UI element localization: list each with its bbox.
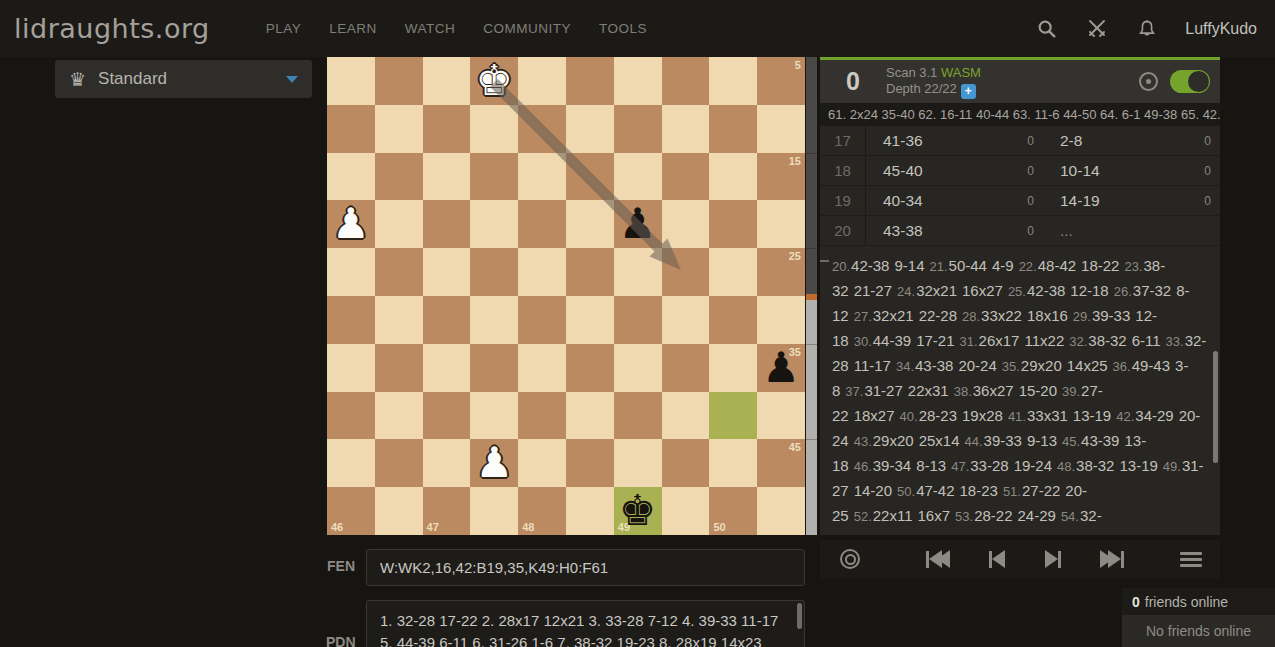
variation-move[interactable]: 32x21 [873,307,914,324]
move-eval: 0 [1013,164,1043,178]
variation-move[interactable]: 20-24 [958,357,996,374]
square-12[interactable] [470,153,518,201]
square-light[interactable] [566,296,614,344]
prev-move-button[interactable] [989,550,1005,568]
board-grid: ♚515♟♟2535♟♟4546474849♚50 [327,57,805,535]
square-17[interactable] [423,200,471,248]
square-14[interactable] [662,153,710,201]
nav-play[interactable]: PLAY [266,21,302,36]
scrollbar-thumb[interactable] [797,603,802,629]
table-row: 20 43-38 0 ... [820,216,1220,246]
move-number: 53. [955,509,973,524]
top-nav: lidraughts.org PLAY LEARN WATCH COMMUNIT… [0,0,1275,57]
coordinate-label: 47 [427,521,439,533]
white-move[interactable]: 40-34 [866,192,1013,210]
square-40[interactable] [709,392,757,440]
variation-move[interactable]: 12-18 [1070,282,1108,299]
square-light[interactable] [470,105,518,153]
move-eval: 0 [1013,194,1043,208]
square-light[interactable] [566,200,614,248]
square-light[interactable] [709,248,757,296]
move-eval: 0 [1190,134,1220,148]
nav-links: PLAY LEARN WATCH COMMUNITY TOOLS [266,21,647,36]
menu-icon[interactable] [1180,552,1202,567]
square-light[interactable] [614,57,662,105]
square-light[interactable] [375,392,423,440]
square-light[interactable] [423,439,471,487]
square-6[interactable] [327,105,375,153]
square-26[interactable] [327,296,375,344]
square-light[interactable] [470,200,518,248]
move-number: 38. [954,384,972,399]
square-light[interactable] [375,200,423,248]
square-light[interactable] [375,487,423,535]
square-light[interactable] [327,57,375,105]
variation-move[interactable]: 4-9 [992,257,1014,274]
square-47[interactable]: 47 [423,487,471,535]
move-number: 27. [854,309,872,324]
variation-move[interactable]: 22x11 [873,507,913,524]
square-50[interactable]: 50 [709,487,757,535]
square-light[interactable] [566,105,614,153]
variation-move[interactable]: 8-13 [916,457,946,474]
square-light[interactable] [423,153,471,201]
square-light[interactable] [470,392,518,440]
media-controls [870,550,1180,568]
fen-input[interactable] [366,549,805,586]
move-eval: 0 [1013,224,1043,238]
move-number: 39. [1062,384,1080,399]
square-light[interactable] [518,57,566,105]
square-light[interactable] [757,200,805,248]
square-light[interactable] [423,57,471,105]
chevron-down-icon [286,76,298,83]
square-42[interactable]: ♟ [470,439,518,487]
nav-learn[interactable]: LEARN [329,21,377,36]
variation-move[interactable]: 29x20 [1021,357,1062,374]
variation-move[interactable]: 29x40 [854,532,895,536]
last-move-button[interactable] [1100,550,1124,568]
square-8[interactable] [518,105,566,153]
square-15[interactable]: 15 [757,153,805,201]
move-number: 28. [962,309,980,324]
friends-header[interactable]: 0 friends online [1122,588,1275,615]
square-28[interactable] [518,296,566,344]
square-21[interactable] [375,248,423,296]
variation-move[interactable]: 50-44 [949,257,987,274]
square-light[interactable] [757,105,805,153]
eval-gauge [806,57,817,535]
variation-move[interactable]: 27-22 [1022,482,1060,499]
fen-label: FEN [327,558,355,574]
move-number: 31. [960,334,978,349]
square-35[interactable]: 35♟ [757,344,805,392]
move-number: 46. [854,459,872,474]
square-4[interactable] [662,57,710,105]
square-30[interactable] [709,296,757,344]
nav-community[interactable]: COMMUNITY [483,21,571,36]
friends-empty: No friends online [1122,615,1275,647]
move-number: 29. [1073,309,1091,324]
square-light[interactable] [375,105,423,153]
square-light[interactable] [423,344,471,392]
eval-gauge-white-half [806,296,817,535]
square-light[interactable] [614,439,662,487]
move-number: 35. [1002,359,1020,374]
move-index: 20 [820,216,866,245]
move-number: 26. [1114,284,1132,299]
square-light[interactable] [470,487,518,535]
square-light[interactable] [423,248,471,296]
square-light[interactable] [709,344,757,392]
move-number: 34. [896,359,914,374]
variation-move[interactable]: 24-29 [1018,507,1056,524]
move-number: 30. [854,334,872,349]
variation-move[interactable]: 32x21 [916,282,957,299]
variation-move[interactable]: 6-11 [1132,332,1161,349]
square-light[interactable] [709,439,757,487]
engine-depth: Depth 22/22 [886,81,957,96]
black-man[interactable]: ♟ [614,200,662,248]
nav-tools[interactable]: TOOLS [599,21,647,36]
username[interactable]: LuffyKudo [1185,20,1257,38]
square-light[interactable] [327,439,375,487]
move-number: 48. [1057,459,1075,474]
move-eval: 0 [1013,134,1043,148]
square-3[interactable] [566,57,614,105]
square-43[interactable] [566,439,614,487]
square-2[interactable]: ♚ [470,57,518,105]
move-number: 37. [845,384,863,399]
variation-move[interactable]: 39-34 [873,457,911,474]
square-light[interactable] [614,153,662,201]
first-move-button[interactable] [926,550,950,568]
variation-move[interactable]: 43-38 [915,357,953,374]
square-light[interactable] [375,296,423,344]
variation-move[interactable]: 15-20 [1019,382,1057,399]
move-number: 42. [1116,409,1134,424]
variation-move[interactable]: 34-29 [1135,407,1173,424]
square-32[interactable] [470,344,518,392]
variation-move[interactable]: 48-42 [1038,257,1076,274]
variation-move[interactable]: 21-27 [854,282,892,299]
square-light[interactable] [614,344,662,392]
variation-move[interactable]: 38-32 [1088,332,1126,349]
control-bar [820,540,1220,578]
move-number: 49. [1163,459,1181,474]
nav-right: LuffyKudo [1035,17,1257,41]
black-move[interactable]: 2-8 [1043,132,1190,150]
variation-move[interactable]: 11x22 [1024,332,1064,349]
nav-watch[interactable]: WATCH [405,21,456,36]
friends-box: 0 friends online No friends online [1122,588,1275,647]
square-44[interactable] [662,439,710,487]
engine-header: 0 Scan 3.1 WASM Depth 22/22+ [820,60,1220,103]
square-46[interactable]: 46 [327,487,375,535]
square-light[interactable] [327,248,375,296]
page: lidraughts.org PLAY LEARN WATCH COMMUNIT… [0,0,1275,647]
variation-move[interactable]: 9-14 [894,257,924,274]
coordinate-label: 25 [789,250,801,262]
square-19[interactable]: ♟ [614,200,662,248]
variation-move[interactable]: 14-20 [854,482,892,499]
square-light[interactable] [470,296,518,344]
variation-move[interactable]: 38-32 [1076,457,1114,474]
variation-move[interactable]: 35x44 [919,532,960,536]
pdn-label: PDN [326,634,356,647]
move-number: 36. [1113,359,1131,374]
square-light[interactable] [614,248,662,296]
square-31[interactable] [375,344,423,392]
variation-move[interactable]: 33-28 [970,457,1008,474]
square-13[interactable] [566,153,614,201]
coordinate-label: 15 [789,155,801,167]
move-eval: 0 [1190,164,1220,178]
move-number: 20. [832,259,850,274]
coordinate-label: 48 [522,521,534,533]
variant-selector[interactable]: ♛ Standard [55,60,312,98]
square-45[interactable]: 45 [757,439,805,487]
move-number: 56. [1008,534,1026,536]
board: ♚515♟♟2535♟♟4546474849♚50 [327,57,805,535]
variation-move[interactable]: 28-23 [919,407,957,424]
square-light[interactable] [662,487,710,535]
variation-move[interactable]: 42-38 [1027,282,1065,299]
move-number: 40. [900,409,918,424]
black-move[interactable]: ... [1043,222,1190,240]
white-move[interactable]: 43-38 [866,222,1013,240]
search-icon[interactable] [1035,17,1059,41]
move-number: 52. [854,509,872,524]
variation-move[interactable]: 26x17 [979,332,1020,349]
square-light[interactable] [518,439,566,487]
engine-info: Scan 3.1 WASM Depth 22/22+ [886,65,981,99]
square-29[interactable] [614,296,662,344]
move-number: 33. [1166,334,1184,349]
pv-line[interactable]: 61. 2x24 35-40 62. 16-11 40-44 63. 11-6 … [820,103,1220,126]
engine-eval: 0 [820,67,886,96]
pdn-field [366,600,805,647]
move-number: 23. [1124,259,1142,274]
square-41[interactable] [375,439,423,487]
variation-move[interactable]: 14x25 [1067,357,1108,374]
square-light[interactable] [662,392,710,440]
move-table: 17 41-36 0 2-8 0 18 45-40 0 10-14 0 19 4… [820,126,1220,246]
variation-move[interactable]: 9-13 [1027,432,1057,449]
variation-move[interactable]: 13-19 [1073,407,1111,424]
white-man[interactable]: ♟ [470,439,518,487]
square-39[interactable] [614,392,662,440]
square-light[interactable] [709,57,757,105]
square-light[interactable] [757,392,805,440]
square-light[interactable] [662,296,710,344]
table-row: 17 41-36 0 2-8 0 [820,126,1220,156]
deeper-button[interactable]: + [961,84,976,99]
move-number: 44. [965,434,983,449]
eval-gauge-zero-marker [806,294,817,300]
table-row: 19 40-34 0 14-19 0 [820,186,1220,216]
variation-move[interactable]: 18x16 [1027,307,1068,324]
black-man[interactable]: ♟ [757,344,805,392]
engine-tech: WASM [941,65,981,80]
variation-move[interactable]: 22x31 [908,382,949,399]
square-light[interactable] [327,153,375,201]
black-move[interactable]: 14-19 [1043,192,1190,210]
square-light[interactable] [566,392,614,440]
square-36[interactable] [327,392,375,440]
square-22[interactable] [470,248,518,296]
square-light[interactable] [518,248,566,296]
move-number: 32. [1069,334,1087,349]
move-number: 45. [1062,434,1080,449]
practice-target-icon[interactable] [1139,72,1158,91]
variation-move[interactable]: 23-29 [965,532,1003,536]
variation-move[interactable]: 42-38 [851,257,889,274]
square-light[interactable] [518,153,566,201]
move-number: 54. [1061,509,1079,524]
engine-toggle[interactable] [1170,70,1210,93]
variation-move[interactable]: 25x14 [919,432,960,449]
square-light[interactable] [662,200,710,248]
square-27[interactable] [423,296,471,344]
variation-move[interactable]: 16x7 [918,507,951,524]
variation-move[interactable]: 39-33 [984,432,1022,449]
coordinate-label: 50 [713,521,725,533]
bell-icon[interactable] [1135,17,1159,41]
coordinate-label: 45 [789,441,801,453]
white-move[interactable]: 45-40 [866,162,1013,180]
square-33[interactable] [566,344,614,392]
crossed-swords-icon[interactable] [1085,17,1109,41]
variation-move[interactable]: 28-22 [974,507,1012,524]
square-light[interactable] [566,487,614,535]
variation-move[interactable]: 18-23 [960,482,998,499]
variation-move[interactable]: 13-19 [1119,457,1157,474]
square-37[interactable] [423,392,471,440]
variation-move[interactable]: 47-42 [916,482,954,499]
variation-move[interactable]: 18-22 [1081,257,1119,274]
square-light[interactable] [662,105,710,153]
variation-move[interactable]: 33x31 [1027,407,1068,424]
scrollbar-thumb[interactable] [1213,351,1218,463]
move-number: 25. [1008,284,1026,299]
square-24[interactable] [662,248,710,296]
variation-move[interactable]: 36x27 [973,382,1014,399]
move-number: 43. [854,434,872,449]
square-10[interactable] [709,105,757,153]
variation-move[interactable]: 22-28 [919,307,957,324]
coordinate-label: 5 [795,59,801,71]
move-number: 47. [951,459,969,474]
square-7[interactable] [423,105,471,153]
white-move[interactable]: 41-36 [866,132,1013,150]
site-logo[interactable]: lidraughts.org [14,13,210,44]
variation-move[interactable]: 19x28 [962,407,1003,424]
move-number: 55. [900,534,918,536]
variation-move[interactable]: 29-34 [1070,532,1108,536]
analysis-panel: 0 Scan 3.1 WASM Depth 22/22+ 61. 2x24 35… [820,57,1220,535]
variation-move[interactable]: 29x20 [873,432,914,449]
move-number: 22. [1019,259,1037,274]
table-row: 18 45-40 0 10-14 0 [820,156,1220,186]
move-number: 41. [1008,409,1026,424]
variation-move[interactable]: 19-24 [1014,457,1052,474]
square-18[interactable] [518,200,566,248]
move-index: 19 [820,186,866,215]
variation-move[interactable]: 16x27 [962,282,1003,299]
square-9[interactable] [614,105,662,153]
engine-name: Scan 3.1 [886,65,937,80]
variation-move[interactable]: 33x22 [981,307,1022,324]
variation-move[interactable]: 39-33 [1092,307,1130,324]
square-48[interactable]: 48 [518,487,566,535]
variation-move[interactable]: 18x27 [854,407,895,424]
friends-label: friends online [1145,594,1228,610]
square-38[interactable] [518,392,566,440]
square-25[interactable]: 25 [757,248,805,296]
square-20[interactable] [709,200,757,248]
variation-move[interactable]: 43-39 [1081,432,1119,449]
variation-moves: 20.42-389-1421.50-444-922.48-4218-2223.3… [832,257,1206,536]
square-light[interactable] [709,153,757,201]
move-eval: 0 [1190,194,1220,208]
variation-area: 20.42-389-1421.50-444-922.48-4218-2223.3… [820,246,1220,536]
variation-move[interactable]: 31-27 [864,382,902,399]
engine-controls [1139,70,1210,93]
square-34[interactable] [662,344,710,392]
black-king[interactable]: ♚ [614,487,662,535]
square-light[interactable] [757,487,805,535]
square-16[interactable]: ♟ [327,200,375,248]
friends-count: 0 [1132,594,1140,610]
variation-move[interactable]: 37-32 [1133,282,1171,299]
cycle-button[interactable] [830,549,870,569]
move-index: 17 [820,126,866,155]
next-move-button[interactable] [1045,550,1061,568]
white-king[interactable]: ♚ [470,57,518,105]
line-handle [820,260,829,262]
square-light[interactable] [518,344,566,392]
square-23[interactable] [566,248,614,296]
variant-label: Standard [98,69,286,89]
square-49[interactable]: 49♚ [614,487,662,535]
toggle-knob [1188,71,1209,92]
pdn-textarea[interactable] [366,600,805,647]
move-number: 21. [929,259,947,274]
square-light[interactable] [327,344,375,392]
move-number: 24. [897,284,915,299]
square-11[interactable] [375,153,423,201]
variation-move[interactable]: 44-39 [873,332,911,349]
variation-move[interactable]: 27-21 [1133,532,1171,536]
coordinate-label: 46 [331,521,343,533]
square-1[interactable] [375,57,423,105]
square-light[interactable] [757,296,805,344]
move-number: 57. [1114,534,1132,536]
variation-move[interactable]: 17-21 [916,332,954,349]
white-man[interactable]: ♟ [327,200,375,248]
move-index: 18 [820,156,866,185]
variation-move[interactable]: 22-17 [1027,532,1065,536]
variation-move[interactable]: 11-17 [854,357,891,374]
move-number: 50. [897,484,915,499]
crown-icon: ♛ [69,68,86,90]
variation-move[interactable]: 49-43 [1132,357,1170,374]
black-move[interactable]: 10-14 [1043,162,1190,180]
move-number: 51. [1003,484,1021,499]
square-5[interactable]: 5 [757,57,805,105]
